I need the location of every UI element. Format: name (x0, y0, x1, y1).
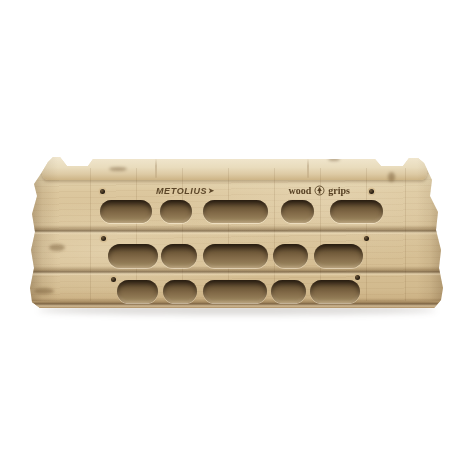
pocket-row1-5 (330, 200, 383, 223)
pocket-row2-3 (203, 244, 268, 268)
pocket-row1-3 (203, 200, 268, 223)
wood-knot-5 (109, 167, 127, 171)
hangboard: METOLIUS ➤ wood grips (30, 156, 443, 308)
screw-row2-1 (101, 236, 106, 241)
screw-row1-1 (100, 189, 105, 194)
pocket-row3-1 (117, 280, 158, 303)
plank-seam-8 (405, 168, 406, 304)
screw-row3-1 (111, 277, 116, 282)
pocket-row1-1 (100, 200, 152, 223)
hangboard-top-slab (42, 157, 427, 180)
wood-knot-1 (328, 157, 340, 161)
pocket-row2-2 (161, 244, 197, 268)
pocket-row2-5 (314, 244, 363, 268)
pocket-row1-4 (281, 200, 314, 223)
pocket-row2-4 (273, 244, 308, 268)
wood-knot-4 (388, 172, 395, 182)
pocket-row3-3 (203, 280, 267, 303)
wood-knot-3 (34, 288, 54, 294)
screw-row3-2 (355, 275, 360, 280)
product-photo: METOLIUS ➤ wood grips (0, 0, 470, 470)
wood-knot-2 (49, 244, 65, 251)
pocket-row3-4 (271, 280, 306, 303)
pocket-row2-1 (108, 244, 158, 268)
plank-seam-1 (90, 168, 91, 304)
screw-row2-2 (364, 236, 369, 241)
pocket-row1-2 (160, 200, 192, 223)
pocket-row3-5 (310, 280, 360, 303)
pocket-row3-2 (163, 280, 197, 303)
screw-row1-2 (369, 189, 374, 194)
top-slab-groove-1 (155, 158, 157, 178)
top-slab-groove-2 (307, 158, 309, 178)
rail-crease-1 (30, 225, 443, 235)
